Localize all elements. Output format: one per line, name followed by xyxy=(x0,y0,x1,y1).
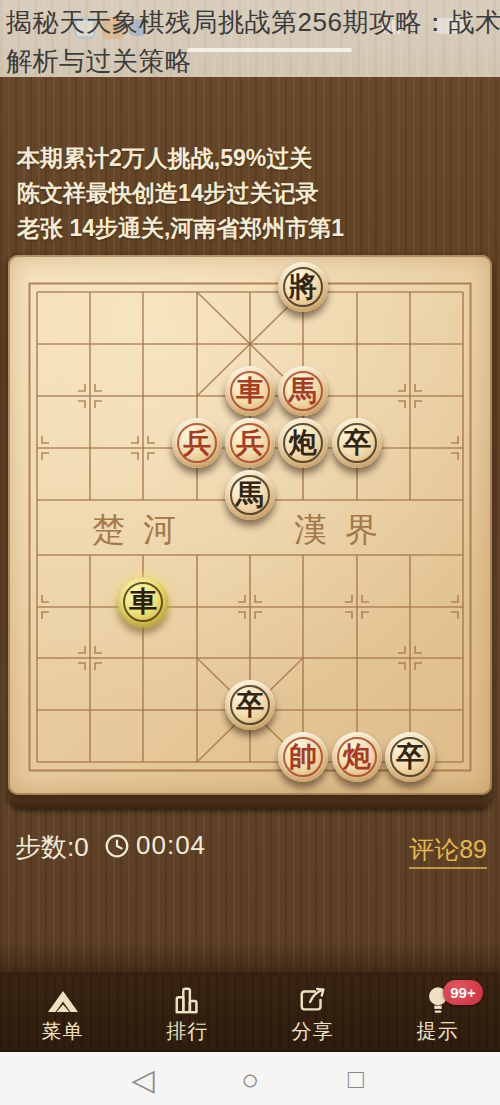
piece-glyph: 車 xyxy=(236,377,264,405)
page-title-line1: 揭秘天天象棋残局挑战第256期攻略：战术 xyxy=(6,3,496,42)
piece-glyph: 馬 xyxy=(236,481,264,509)
piece-glyph: 炮 xyxy=(289,429,317,457)
share-icon xyxy=(295,985,331,1015)
nav-label: 提示 xyxy=(417,1018,459,1045)
nav-label: 排行 xyxy=(167,1018,209,1045)
piece-black-general[interactable]: 將 xyxy=(278,262,328,312)
nav-item-share[interactable]: 分享 xyxy=(250,975,375,1050)
home-icon[interactable]: ○ xyxy=(232,1052,268,1105)
piece-red-soldier[interactable]: 兵 xyxy=(225,418,275,468)
piece-glyph: 車 xyxy=(129,588,157,616)
game-hud: 步数:0 00:04 评论89 xyxy=(0,826,500,868)
piece-black-soldier[interactable]: 卒 xyxy=(225,680,275,730)
river-label-left: 楚河 xyxy=(58,508,228,553)
recents-icon[interactable]: □ xyxy=(338,1052,374,1105)
challenge-stats: 本期累计2万人挑战,59%过关 陈文祥最快创造14步过关记录 老张 14步通关,… xyxy=(17,141,344,246)
nav-label: 分享 xyxy=(292,1018,334,1045)
stats-line: 老张 14步通关,河南省郑州市第1 xyxy=(17,211,344,246)
piece-glyph: 馬 xyxy=(289,377,317,405)
step-counter: 步数:0 xyxy=(15,830,89,865)
menu-icon xyxy=(45,985,81,1015)
nav-label: 菜单 xyxy=(42,1018,84,1045)
title-divider xyxy=(187,48,352,52)
piece-glyph: 帥 xyxy=(289,743,317,771)
piece-glyph: 卒 xyxy=(396,743,424,771)
stats-line: 本期累计2万人挑战,59%过关 xyxy=(17,141,344,176)
piece-black-soldier[interactable]: 卒 xyxy=(332,418,382,468)
navbar-shadow xyxy=(0,941,500,975)
piece-glyph: 將 xyxy=(289,273,317,301)
nav-item-menu[interactable]: 菜单 xyxy=(0,975,125,1050)
piece-black-soldier[interactable]: 卒 xyxy=(385,732,435,782)
piece-glyph: 兵 xyxy=(183,429,211,457)
bottom-navbar: 菜单 排行 分享 提示 xyxy=(0,975,500,1050)
back-icon[interactable]: ◁ xyxy=(125,1052,161,1105)
piece-glyph: 炮 xyxy=(343,743,371,771)
piece-glyph: 卒 xyxy=(236,691,264,719)
piece-glyph: 卒 xyxy=(343,429,371,457)
hint-count-badge: 99+ xyxy=(443,980,483,1005)
piece-black-horse[interactable]: 馬 xyxy=(225,470,275,520)
piece-black-cannon[interactable]: 炮 xyxy=(278,418,328,468)
xiangqi-board[interactable]: 楚河 漢界 將車馬兵兵炮卒馬車卒帥炮卒 xyxy=(8,255,492,795)
timer-clock-icon xyxy=(104,833,130,859)
piece-red-general[interactable]: 帥 xyxy=(278,732,328,782)
stats-line: 陈文祥最快创造14步过关记录 xyxy=(17,176,344,211)
piece-red-soldier[interactable]: 兵 xyxy=(172,418,222,468)
river-label-right: 漢界 xyxy=(260,508,430,553)
piece-red-cannon[interactable]: 炮 xyxy=(332,732,382,782)
ranking-icon xyxy=(170,985,206,1015)
piece-glyph: 兵 xyxy=(236,429,264,457)
piece-red-horse[interactable]: 馬 xyxy=(278,366,328,416)
piece-black-chariot[interactable]: 車 xyxy=(118,577,168,627)
android-system-navbar: ◁ ○ □ xyxy=(0,1050,500,1105)
nav-item-ranking[interactable]: 排行 xyxy=(125,975,250,1050)
comments-button[interactable]: 评论89 xyxy=(409,833,487,869)
page-title: 揭秘天天象棋残局挑战第256期攻略：战术 解析与过关策略 xyxy=(6,3,496,81)
article-title-bar: 揭秘天天象棋残局挑战第256期攻略：战术 解析与过关策略 xyxy=(0,0,500,77)
piece-red-chariot[interactable]: 車 xyxy=(225,366,275,416)
timer-value: 00:04 xyxy=(136,830,206,861)
